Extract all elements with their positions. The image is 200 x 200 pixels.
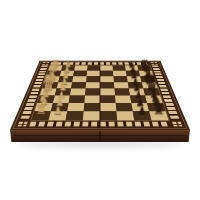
board-shadow xyxy=(16,141,184,147)
square-d4 xyxy=(85,89,100,96)
square-c4 xyxy=(84,95,100,103)
square-d6 xyxy=(114,89,130,96)
square-c8: ♝ xyxy=(145,95,163,103)
chess-set-photo: ♜♟♟♜♞♟♟♞♝♟♟♝♚♟♟♚♛♟♟♛♝♟♟♝♞♟♟♞♜♟♟♜ xyxy=(0,0,200,200)
chess-board: ♜♟♟♜♞♟♟♞♝♟♟♝♚♟♟♚♛♟♟♛♝♟♟♝♞♟♟♞♜♟♟♜ xyxy=(10,61,190,130)
square-d2: ♟ xyxy=(55,89,71,96)
square-d5 xyxy=(100,89,115,96)
square-a8: ♜ xyxy=(149,111,168,120)
square-c6 xyxy=(115,95,131,103)
square-d3 xyxy=(70,89,86,96)
square-d8: ♛ xyxy=(143,89,160,96)
square-c2: ♟ xyxy=(53,95,70,103)
square-c5 xyxy=(100,95,116,103)
square-a6 xyxy=(116,111,134,120)
board-frame: ♜♟♟♜♞♟♟♞♝♟♟♝♚♟♟♚♛♟♟♛♝♟♟♝♞♟♟♞♜♟♟♜ xyxy=(10,61,190,130)
square-a5 xyxy=(100,111,117,120)
square-c3 xyxy=(69,95,85,103)
square-a4 xyxy=(83,111,100,120)
square-a2: ♟ xyxy=(49,111,68,120)
frame-corner-ornament xyxy=(42,62,49,64)
square-a3 xyxy=(66,111,84,120)
frame-corner-ornament xyxy=(151,62,158,64)
